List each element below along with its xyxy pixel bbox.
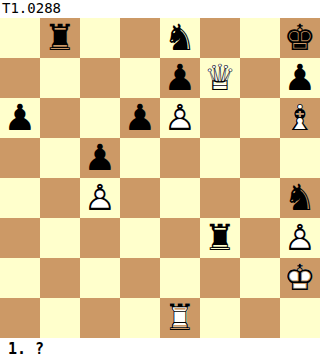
move-prompt: 1. ? <box>0 338 320 360</box>
piece-white-pawn[interactable]: ♟♙ <box>80 178 120 218</box>
square-b7[interactable] <box>40 58 80 98</box>
piece-white-rook[interactable]: ♜♖ <box>160 298 200 338</box>
square-f2[interactable] <box>200 258 240 298</box>
square-d2[interactable] <box>120 258 160 298</box>
square-g8[interactable] <box>240 18 280 58</box>
piece-black-king[interactable]: ♚ <box>280 18 320 58</box>
white-queen-glyph: ♕ <box>200 58 240 98</box>
white-bishop-glyph: ♗ <box>280 98 320 138</box>
square-a2[interactable] <box>0 258 40 298</box>
square-d5[interactable] <box>120 138 160 178</box>
square-b2[interactable] <box>40 258 80 298</box>
square-a7[interactable] <box>0 58 40 98</box>
square-f7[interactable]: ♛♕ <box>200 58 240 98</box>
piece-black-rook[interactable]: ♜ <box>200 218 240 258</box>
square-d8[interactable] <box>120 18 160 58</box>
square-e4[interactable] <box>160 178 200 218</box>
piece-white-king[interactable]: ♚♔ <box>280 258 320 298</box>
square-f1[interactable] <box>200 298 240 338</box>
square-f6[interactable] <box>200 98 240 138</box>
square-d4[interactable] <box>120 178 160 218</box>
square-c2[interactable] <box>80 258 120 298</box>
white-rook-glyph: ♖ <box>160 298 200 338</box>
square-g6[interactable] <box>240 98 280 138</box>
white-king-glyph: ♔ <box>280 258 320 298</box>
white-pawn-glyph: ♙ <box>280 218 320 258</box>
square-h6[interactable]: ♝♗ <box>280 98 320 138</box>
square-h7[interactable]: ♟ <box>280 58 320 98</box>
square-h5[interactable] <box>280 138 320 178</box>
square-c7[interactable] <box>80 58 120 98</box>
piece-white-pawn[interactable]: ♟♙ <box>280 218 320 258</box>
piece-black-pawn[interactable]: ♟ <box>160 58 200 98</box>
chess-board: ♜♞♚♟♛♕♟♟♟♟♙♝♗♟♟♙♞♜♟♙♚♔♜♖ <box>0 18 320 338</box>
square-b3[interactable] <box>40 218 80 258</box>
square-h4[interactable]: ♞ <box>280 178 320 218</box>
square-a4[interactable] <box>0 178 40 218</box>
square-d7[interactable] <box>120 58 160 98</box>
square-e6[interactable]: ♟♙ <box>160 98 200 138</box>
square-f4[interactable] <box>200 178 240 218</box>
square-g5[interactable] <box>240 138 280 178</box>
white-pawn-glyph: ♙ <box>160 98 200 138</box>
square-b5[interactable] <box>40 138 80 178</box>
piece-white-bishop[interactable]: ♝♗ <box>280 98 320 138</box>
square-b1[interactable] <box>40 298 80 338</box>
square-d3[interactable] <box>120 218 160 258</box>
square-c8[interactable] <box>80 18 120 58</box>
square-f5[interactable] <box>200 138 240 178</box>
square-c4[interactable]: ♟♙ <box>80 178 120 218</box>
piece-black-pawn[interactable]: ♟ <box>120 98 160 138</box>
square-b8[interactable]: ♜ <box>40 18 80 58</box>
piece-black-pawn[interactable]: ♟ <box>0 98 40 138</box>
square-d6[interactable]: ♟ <box>120 98 160 138</box>
square-c3[interactable] <box>80 218 120 258</box>
square-e2[interactable] <box>160 258 200 298</box>
square-g2[interactable] <box>240 258 280 298</box>
square-b6[interactable] <box>40 98 80 138</box>
puzzle-title: T1.0288 <box>0 0 320 18</box>
piece-black-pawn[interactable]: ♟ <box>80 138 120 178</box>
square-e1[interactable]: ♜♖ <box>160 298 200 338</box>
square-g7[interactable] <box>240 58 280 98</box>
square-h3[interactable]: ♟♙ <box>280 218 320 258</box>
square-a8[interactable] <box>0 18 40 58</box>
square-c1[interactable] <box>80 298 120 338</box>
square-g1[interactable] <box>240 298 280 338</box>
square-a3[interactable] <box>0 218 40 258</box>
square-h2[interactable]: ♚♔ <box>280 258 320 298</box>
square-a1[interactable] <box>0 298 40 338</box>
square-f8[interactable] <box>200 18 240 58</box>
piece-white-pawn[interactable]: ♟♙ <box>160 98 200 138</box>
square-e5[interactable] <box>160 138 200 178</box>
square-e3[interactable] <box>160 218 200 258</box>
square-e8[interactable]: ♞ <box>160 18 200 58</box>
piece-black-rook[interactable]: ♜ <box>40 18 80 58</box>
square-b4[interactable] <box>40 178 80 218</box>
square-a5[interactable] <box>0 138 40 178</box>
square-c5[interactable]: ♟ <box>80 138 120 178</box>
piece-black-knight[interactable]: ♞ <box>160 18 200 58</box>
square-e7[interactable]: ♟ <box>160 58 200 98</box>
white-pawn-glyph: ♙ <box>80 178 120 218</box>
square-d1[interactable] <box>120 298 160 338</box>
piece-white-queen[interactable]: ♛♕ <box>200 58 240 98</box>
square-h8[interactable]: ♚ <box>280 18 320 58</box>
piece-black-pawn[interactable]: ♟ <box>280 58 320 98</box>
square-a6[interactable]: ♟ <box>0 98 40 138</box>
square-g4[interactable] <box>240 178 280 218</box>
square-f3[interactable]: ♜ <box>200 218 240 258</box>
square-h1[interactable] <box>280 298 320 338</box>
piece-black-knight[interactable]: ♞ <box>280 178 320 218</box>
square-c6[interactable] <box>80 98 120 138</box>
square-g3[interactable] <box>240 218 280 258</box>
